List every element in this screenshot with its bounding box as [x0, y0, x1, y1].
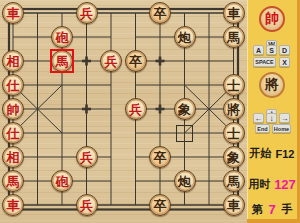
piece-red-soldier[interactable]: 兵: [125, 98, 147, 120]
piece-black-soldier[interactable]: 卒: [149, 2, 171, 24]
key-space: SPACE: [253, 57, 276, 67]
move-prefix: 第: [251, 202, 262, 217]
piece-black-advisor[interactable]: 士: [223, 122, 245, 144]
move-number: 7: [268, 202, 275, 217]
piece-black-advisor[interactable]: 士: [223, 74, 245, 96]
control-sidebar: 帥 W A S D SPACE X 將 ↑ ← ↓ → End Home 开始 …: [247, 0, 300, 223]
key-arrow-left: ←: [253, 113, 264, 123]
piece-black-elephant[interactable]: 象: [223, 146, 245, 168]
piece-red-soldier[interactable]: 兵: [76, 146, 98, 168]
key-x: X: [279, 57, 290, 67]
red-general-icon: 帥: [259, 6, 285, 32]
time-value: 127: [274, 177, 296, 192]
piece-black-horse[interactable]: 馬: [223, 26, 245, 48]
key-home: Home: [272, 124, 291, 133]
start-key-label: F12: [276, 148, 295, 160]
key-a: A: [253, 45, 264, 55]
piece-black-soldier[interactable]: 卒: [149, 194, 171, 216]
piece-red-soldier[interactable]: 兵: [100, 50, 122, 72]
piece-black-cannon[interactable]: 炮: [174, 26, 196, 48]
red-selection-box: [50, 49, 74, 73]
piece-red-elephant[interactable]: 相: [2, 50, 24, 72]
piece-red-cannon[interactable]: 砲: [51, 26, 73, 48]
piece-black-cannon[interactable]: 炮: [174, 170, 196, 192]
piece-red-advisor[interactable]: 仕: [2, 122, 24, 144]
status-time: 用时 127: [247, 177, 297, 192]
piece-red-soldier[interactable]: 兵: [76, 194, 98, 216]
piece-red-soldier[interactable]: 兵: [76, 2, 98, 24]
piece-black-chariot[interactable]: 車: [223, 2, 245, 24]
key-d: D: [279, 45, 290, 55]
piece-red-elephant[interactable]: 相: [2, 146, 24, 168]
piece-red-horse[interactable]: 馬: [2, 170, 24, 192]
status-start: 开始 F12: [247, 146, 297, 161]
black-general-icon: 將: [259, 72, 285, 98]
xiangqi-board: 車相仕帥仕相馬車砲馬砲兵兵兵兵兵卒卒卒卒炮象炮車馬士將士象馬車: [0, 0, 247, 223]
key-end: End: [255, 124, 270, 133]
piece-red-advisor[interactable]: 仕: [2, 74, 24, 96]
piece-black-soldier[interactable]: 卒: [125, 50, 147, 72]
piece-red-chariot[interactable]: 車: [2, 194, 24, 216]
piece-black-soldier[interactable]: 卒: [149, 146, 171, 168]
piece-black-horse[interactable]: 馬: [223, 170, 245, 192]
piece-black-elephant[interactable]: 象: [174, 98, 196, 120]
key-arrow-down: ↓: [266, 113, 277, 123]
piece-black-general[interactable]: 將: [223, 98, 245, 120]
key-s: S: [266, 45, 277, 55]
move-suffix: 手: [282, 202, 293, 217]
time-label: 用时: [248, 177, 270, 192]
status-move: 第 7 手: [247, 202, 297, 217]
board-grid: [0, 0, 247, 223]
piece-red-general[interactable]: 帥: [2, 98, 24, 120]
key-arrow-right: →: [279, 113, 290, 123]
black-cursor-square: [176, 125, 193, 142]
start-label: 开始: [250, 146, 272, 161]
piece-red-chariot[interactable]: 車: [2, 2, 24, 24]
piece-red-cannon[interactable]: 砲: [51, 170, 73, 192]
piece-black-chariot[interactable]: 車: [223, 194, 245, 216]
xiangqi-app: 車相仕帥仕相馬車砲馬砲兵兵兵兵兵卒卒卒卒炮象炮車馬士將士象馬車 帥 W A S …: [0, 0, 300, 223]
